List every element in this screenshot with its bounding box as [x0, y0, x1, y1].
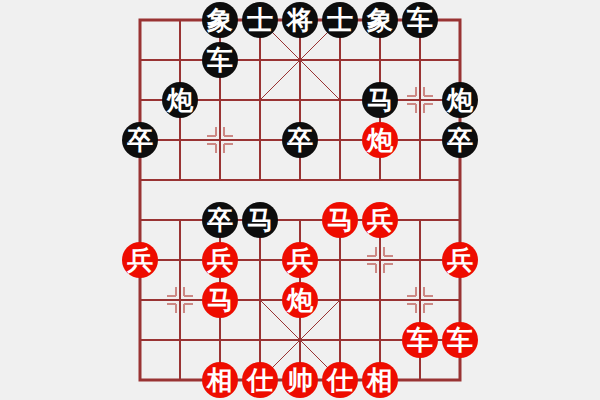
piece-black-horse[interactable]: 马: [362, 82, 398, 118]
piece-red-horse[interactable]: 马: [322, 202, 358, 238]
piece-black-advisor[interactable]: 士: [322, 2, 358, 38]
piece-red-chariot[interactable]: 车: [442, 322, 478, 358]
piece-red-general[interactable]: 帅: [282, 362, 318, 398]
piece-red-soldier[interactable]: 兵: [442, 242, 478, 278]
piece-black-horse[interactable]: 马: [242, 202, 278, 238]
piece-black-soldier[interactable]: 卒: [442, 122, 478, 158]
piece-black-soldier[interactable]: 卒: [202, 202, 238, 238]
piece-red-horse[interactable]: 马: [202, 282, 238, 318]
piece-red-cannon[interactable]: 炮: [362, 122, 398, 158]
piece-black-soldier[interactable]: 卒: [282, 122, 318, 158]
piece-red-advisor[interactable]: 仕: [242, 362, 278, 398]
piece-red-advisor[interactable]: 仕: [322, 362, 358, 398]
piece-red-soldier[interactable]: 兵: [122, 242, 158, 278]
piece-black-elephant[interactable]: 象: [362, 2, 398, 38]
piece-red-soldier[interactable]: 兵: [282, 242, 318, 278]
piece-black-chariot[interactable]: 车: [402, 2, 438, 38]
piece-black-soldier[interactable]: 卒: [122, 122, 158, 158]
piece-red-soldier[interactable]: 兵: [202, 242, 238, 278]
xiangqi-app: 象士将士象车车炮马炮卒卒炮卒卒马马兵兵兵兵兵马炮车车相仕帅仕相: [0, 0, 600, 400]
piece-black-cannon[interactable]: 炮: [162, 82, 198, 118]
piece-black-general[interactable]: 将: [282, 2, 318, 38]
piece-red-elephant[interactable]: 相: [202, 362, 238, 398]
piece-black-elephant[interactable]: 象: [202, 2, 238, 38]
piece-red-elephant[interactable]: 相: [362, 362, 398, 398]
piece-red-soldier[interactable]: 兵: [362, 202, 398, 238]
piece-red-cannon[interactable]: 炮: [282, 282, 318, 318]
piece-black-cannon[interactable]: 炮: [442, 82, 478, 118]
piece-black-advisor[interactable]: 士: [242, 2, 278, 38]
xiangqi-board[interactable]: 象士将士象车车炮马炮卒卒炮卒卒马马兵兵兵兵兵马炮车车相仕帅仕相: [120, 0, 480, 400]
piece-red-chariot[interactable]: 车: [402, 322, 438, 358]
piece-black-chariot[interactable]: 车: [202, 42, 238, 78]
